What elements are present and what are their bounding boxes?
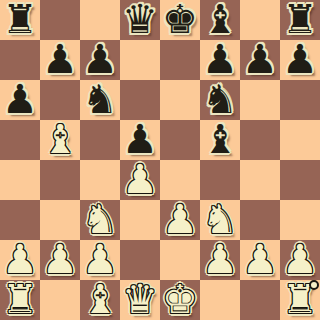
piece-white-king[interactable]: ♚ — [162, 279, 198, 319]
piece-black-pawn[interactable]: ♟ — [82, 39, 118, 79]
square-f6[interactable]: ♞ — [200, 80, 240, 120]
piece-black-bishop[interactable]: ♝ — [202, 119, 238, 159]
square-g4[interactable] — [240, 160, 280, 200]
square-h1[interactable]: ♜ — [280, 280, 320, 320]
square-h3[interactable] — [280, 200, 320, 240]
piece-black-knight[interactable]: ♞ — [82, 79, 118, 119]
piece-black-king[interactable]: ♚ — [162, 0, 198, 39]
piece-black-pawn[interactable]: ♟ — [202, 39, 238, 79]
square-f5[interactable]: ♝ — [200, 120, 240, 160]
square-a1[interactable]: ♜ — [0, 280, 40, 320]
square-f7[interactable]: ♟ — [200, 40, 240, 80]
square-a6[interactable]: ♟ — [0, 80, 40, 120]
square-h6[interactable] — [280, 80, 320, 120]
piece-black-rook[interactable]: ♜ — [2, 0, 38, 39]
square-e6[interactable] — [160, 80, 200, 120]
square-b7[interactable]: ♟ — [40, 40, 80, 80]
piece-black-bishop[interactable]: ♝ — [202, 0, 238, 39]
square-f3[interactable]: ♞ — [200, 200, 240, 240]
square-e7[interactable] — [160, 40, 200, 80]
square-a2[interactable]: ♟ — [0, 240, 40, 280]
square-a4[interactable] — [0, 160, 40, 200]
piece-white-pawn[interactable]: ♟ — [202, 239, 238, 279]
square-e1[interactable]: ♚ — [160, 280, 200, 320]
square-f1[interactable] — [200, 280, 240, 320]
square-c4[interactable] — [80, 160, 120, 200]
piece-white-pawn[interactable]: ♟ — [122, 159, 158, 199]
piece-black-pawn[interactable]: ♟ — [122, 119, 158, 159]
square-d8[interactable]: ♛ — [120, 0, 160, 40]
piece-white-pawn[interactable]: ♟ — [242, 239, 278, 279]
square-h2[interactable]: ♟ — [280, 240, 320, 280]
piece-white-knight[interactable]: ♞ — [202, 199, 238, 239]
square-g8[interactable] — [240, 0, 280, 40]
square-g1[interactable] — [240, 280, 280, 320]
square-b8[interactable] — [40, 0, 80, 40]
square-d3[interactable] — [120, 200, 160, 240]
piece-white-queen[interactable]: ♛ — [122, 279, 158, 319]
square-f4[interactable] — [200, 160, 240, 200]
square-c7[interactable]: ♟ — [80, 40, 120, 80]
piece-white-pawn[interactable]: ♟ — [282, 239, 318, 279]
square-c3[interactable]: ♞ — [80, 200, 120, 240]
piece-black-pawn[interactable]: ♟ — [2, 79, 38, 119]
piece-white-pawn[interactable]: ♟ — [82, 239, 118, 279]
piece-black-pawn[interactable]: ♟ — [282, 39, 318, 79]
piece-black-pawn[interactable]: ♟ — [242, 39, 278, 79]
square-b1[interactable] — [40, 280, 80, 320]
piece-white-pawn[interactable]: ♟ — [2, 239, 38, 279]
square-d6[interactable] — [120, 80, 160, 120]
square-e4[interactable] — [160, 160, 200, 200]
square-a7[interactable] — [0, 40, 40, 80]
piece-black-queen[interactable]: ♛ — [122, 0, 158, 39]
square-e2[interactable] — [160, 240, 200, 280]
square-g6[interactable] — [240, 80, 280, 120]
square-h8[interactable]: ♜ — [280, 0, 320, 40]
square-h5[interactable] — [280, 120, 320, 160]
square-c2[interactable]: ♟ — [80, 240, 120, 280]
square-e5[interactable] — [160, 120, 200, 160]
piece-white-knight[interactable]: ♞ — [82, 199, 118, 239]
piece-white-bishop[interactable]: ♝ — [42, 119, 78, 159]
square-b6[interactable] — [40, 80, 80, 120]
square-c5[interactable] — [80, 120, 120, 160]
square-c1[interactable]: ♝ — [80, 280, 120, 320]
square-a3[interactable] — [0, 200, 40, 240]
square-b4[interactable] — [40, 160, 80, 200]
square-c8[interactable] — [80, 0, 120, 40]
square-g7[interactable]: ♟ — [240, 40, 280, 80]
piece-black-rook[interactable]: ♜ — [282, 0, 318, 39]
square-d2[interactable] — [120, 240, 160, 280]
piece-white-pawn[interactable]: ♟ — [162, 199, 198, 239]
piece-black-knight[interactable]: ♞ — [202, 79, 238, 119]
square-e8[interactable]: ♚ — [160, 0, 200, 40]
square-g5[interactable] — [240, 120, 280, 160]
piece-white-pawn[interactable]: ♟ — [42, 239, 78, 279]
square-b5[interactable]: ♝ — [40, 120, 80, 160]
square-d5[interactable]: ♟ — [120, 120, 160, 160]
square-b2[interactable]: ♟ — [40, 240, 80, 280]
square-g3[interactable] — [240, 200, 280, 240]
circle-badge-marker — [309, 280, 319, 290]
piece-black-pawn[interactable]: ♟ — [42, 39, 78, 79]
square-f2[interactable]: ♟ — [200, 240, 240, 280]
square-h4[interactable] — [280, 160, 320, 200]
square-d7[interactable] — [120, 40, 160, 80]
square-g2[interactable]: ♟ — [240, 240, 280, 280]
piece-white-bishop[interactable]: ♝ — [82, 279, 118, 319]
square-e3[interactable]: ♟ — [160, 200, 200, 240]
piece-white-rook[interactable]: ♜ — [2, 279, 38, 319]
chess-board: ♜♛♚♝♜♟♟♟♟♟♟♞♞♝♟♝♟♞♟♞♟♟♟♟♟♟♜♝♛♚♜ — [0, 0, 320, 320]
square-c6[interactable]: ♞ — [80, 80, 120, 120]
square-f8[interactable]: ♝ — [200, 0, 240, 40]
square-d1[interactable]: ♛ — [120, 280, 160, 320]
square-h7[interactable]: ♟ — [280, 40, 320, 80]
square-a8[interactable]: ♜ — [0, 0, 40, 40]
square-d4[interactable]: ♟ — [120, 160, 160, 200]
square-b3[interactable] — [40, 200, 80, 240]
square-a5[interactable] — [0, 120, 40, 160]
